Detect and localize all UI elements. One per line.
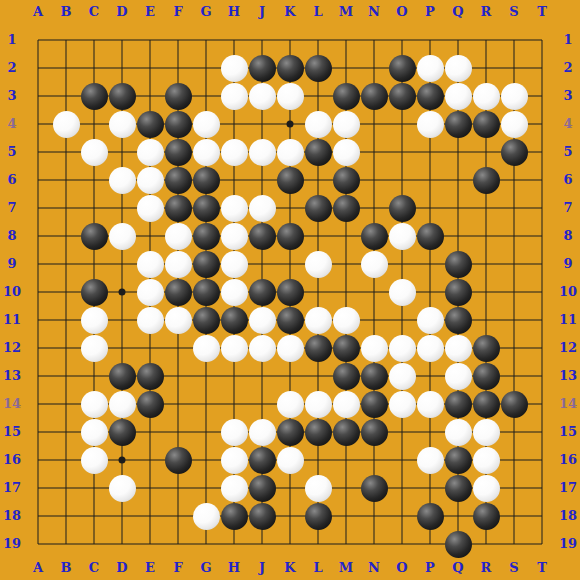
- intersection-h15[interactable]: [220, 418, 248, 446]
- intersection-t12[interactable]: [528, 334, 556, 362]
- intersection-e10[interactable]: [136, 278, 164, 306]
- intersection-c14[interactable]: [80, 390, 108, 418]
- intersection-k3[interactable]: [276, 82, 304, 110]
- intersection-p7[interactable]: [416, 194, 444, 222]
- intersection-d14[interactable]: [108, 390, 136, 418]
- intersection-g4[interactable]: [192, 110, 220, 138]
- intersection-b19[interactable]: [52, 530, 80, 558]
- intersection-h5[interactable]: [220, 138, 248, 166]
- intersection-b12[interactable]: [52, 334, 80, 362]
- intersection-m2[interactable]: [332, 54, 360, 82]
- intersection-l18[interactable]: [304, 502, 332, 530]
- intersection-h19[interactable]: [220, 530, 248, 558]
- intersection-k8[interactable]: [276, 222, 304, 250]
- intersection-g12[interactable]: [192, 334, 220, 362]
- intersection-s19[interactable]: [500, 530, 528, 558]
- intersection-k12[interactable]: [276, 334, 304, 362]
- intersection-e9[interactable]: [136, 250, 164, 278]
- intersection-j13[interactable]: [248, 362, 276, 390]
- intersection-a7[interactable]: [24, 194, 52, 222]
- intersection-r18[interactable]: [472, 502, 500, 530]
- intersection-q10[interactable]: [444, 278, 472, 306]
- intersection-q11[interactable]: [444, 306, 472, 334]
- intersection-g16[interactable]: [192, 446, 220, 474]
- intersection-o7[interactable]: [388, 194, 416, 222]
- intersection-h14[interactable]: [220, 390, 248, 418]
- intersection-c7[interactable]: [80, 194, 108, 222]
- intersection-f8[interactable]: [164, 222, 192, 250]
- intersection-l14[interactable]: [304, 390, 332, 418]
- intersection-f2[interactable]: [164, 54, 192, 82]
- intersection-f17[interactable]: [164, 474, 192, 502]
- intersection-e1[interactable]: [136, 26, 164, 54]
- intersection-h7[interactable]: [220, 194, 248, 222]
- intersection-e8[interactable]: [136, 222, 164, 250]
- intersection-e4[interactable]: [136, 110, 164, 138]
- intersection-o8[interactable]: [388, 222, 416, 250]
- intersection-t18[interactable]: [528, 502, 556, 530]
- intersection-h3[interactable]: [220, 82, 248, 110]
- intersection-h13[interactable]: [220, 362, 248, 390]
- intersection-m15[interactable]: [332, 418, 360, 446]
- intersection-e16[interactable]: [136, 446, 164, 474]
- intersection-e5[interactable]: [136, 138, 164, 166]
- intersection-c10[interactable]: [80, 278, 108, 306]
- intersection-c17[interactable]: [80, 474, 108, 502]
- intersection-q19[interactable]: [444, 530, 472, 558]
- intersection-m4[interactable]: [332, 110, 360, 138]
- intersection-o10[interactable]: [388, 278, 416, 306]
- intersection-k5[interactable]: [276, 138, 304, 166]
- intersection-e14[interactable]: [136, 390, 164, 418]
- intersection-k6[interactable]: [276, 166, 304, 194]
- intersection-r14[interactable]: [472, 390, 500, 418]
- intersection-l1[interactable]: [304, 26, 332, 54]
- intersection-f4[interactable]: [164, 110, 192, 138]
- intersection-e6[interactable]: [136, 166, 164, 194]
- intersection-s11[interactable]: [500, 306, 528, 334]
- intersection-p15[interactable]: [416, 418, 444, 446]
- intersection-h17[interactable]: [220, 474, 248, 502]
- intersection-n17[interactable]: [360, 474, 388, 502]
- intersection-s1[interactable]: [500, 26, 528, 54]
- intersection-l2[interactable]: [304, 54, 332, 82]
- intersection-r13[interactable]: [472, 362, 500, 390]
- intersection-s17[interactable]: [500, 474, 528, 502]
- intersection-t2[interactable]: [528, 54, 556, 82]
- intersection-f16[interactable]: [164, 446, 192, 474]
- intersection-k10[interactable]: [276, 278, 304, 306]
- intersection-p3[interactable]: [416, 82, 444, 110]
- intersection-l10[interactable]: [304, 278, 332, 306]
- intersection-o3[interactable]: [388, 82, 416, 110]
- intersection-b2[interactable]: [52, 54, 80, 82]
- intersection-h9[interactable]: [220, 250, 248, 278]
- intersection-r10[interactable]: [472, 278, 500, 306]
- intersection-e18[interactable]: [136, 502, 164, 530]
- intersection-p16[interactable]: [416, 446, 444, 474]
- intersection-l12[interactable]: [304, 334, 332, 362]
- intersection-q7[interactable]: [444, 194, 472, 222]
- intersection-d19[interactable]: [108, 530, 136, 558]
- intersection-h10[interactable]: [220, 278, 248, 306]
- intersection-o9[interactable]: [388, 250, 416, 278]
- intersection-j16[interactable]: [248, 446, 276, 474]
- intersection-a10[interactable]: [24, 278, 52, 306]
- intersection-r3[interactable]: [472, 82, 500, 110]
- intersection-p6[interactable]: [416, 166, 444, 194]
- intersection-m19[interactable]: [332, 530, 360, 558]
- intersection-t9[interactable]: [528, 250, 556, 278]
- intersection-m3[interactable]: [332, 82, 360, 110]
- intersection-l13[interactable]: [304, 362, 332, 390]
- intersection-b14[interactable]: [52, 390, 80, 418]
- intersection-n12[interactable]: [360, 334, 388, 362]
- intersection-g2[interactable]: [192, 54, 220, 82]
- intersection-r1[interactable]: [472, 26, 500, 54]
- intersection-s5[interactable]: [500, 138, 528, 166]
- intersection-h12[interactable]: [220, 334, 248, 362]
- intersection-t19[interactable]: [528, 530, 556, 558]
- intersection-s13[interactable]: [500, 362, 528, 390]
- intersection-e17[interactable]: [136, 474, 164, 502]
- intersection-o6[interactable]: [388, 166, 416, 194]
- intersection-q5[interactable]: [444, 138, 472, 166]
- intersection-h1[interactable]: [220, 26, 248, 54]
- intersection-o17[interactable]: [388, 474, 416, 502]
- intersection-b10[interactable]: [52, 278, 80, 306]
- intersection-l19[interactable]: [304, 530, 332, 558]
- intersection-p17[interactable]: [416, 474, 444, 502]
- intersection-k13[interactable]: [276, 362, 304, 390]
- intersection-c18[interactable]: [80, 502, 108, 530]
- intersection-o13[interactable]: [388, 362, 416, 390]
- intersection-g14[interactable]: [192, 390, 220, 418]
- intersection-s16[interactable]: [500, 446, 528, 474]
- intersection-f1[interactable]: [164, 26, 192, 54]
- intersection-f12[interactable]: [164, 334, 192, 362]
- intersection-s6[interactable]: [500, 166, 528, 194]
- intersection-s7[interactable]: [500, 194, 528, 222]
- intersection-r15[interactable]: [472, 418, 500, 446]
- intersection-n5[interactable]: [360, 138, 388, 166]
- intersection-q8[interactable]: [444, 222, 472, 250]
- intersection-b1[interactable]: [52, 26, 80, 54]
- intersection-d3[interactable]: [108, 82, 136, 110]
- intersection-j15[interactable]: [248, 418, 276, 446]
- intersection-a11[interactable]: [24, 306, 52, 334]
- intersection-k18[interactable]: [276, 502, 304, 530]
- intersection-d2[interactable]: [108, 54, 136, 82]
- intersection-p1[interactable]: [416, 26, 444, 54]
- intersection-a15[interactable]: [24, 418, 52, 446]
- intersection-q18[interactable]: [444, 502, 472, 530]
- intersection-t17[interactable]: [528, 474, 556, 502]
- intersection-a3[interactable]: [24, 82, 52, 110]
- intersection-r16[interactable]: [472, 446, 500, 474]
- intersection-m1[interactable]: [332, 26, 360, 54]
- intersection-c19[interactable]: [80, 530, 108, 558]
- intersection-q13[interactable]: [444, 362, 472, 390]
- intersection-m8[interactable]: [332, 222, 360, 250]
- intersection-q15[interactable]: [444, 418, 472, 446]
- intersection-k14[interactable]: [276, 390, 304, 418]
- intersection-a17[interactable]: [24, 474, 52, 502]
- intersection-l15[interactable]: [304, 418, 332, 446]
- intersection-f3[interactable]: [164, 82, 192, 110]
- intersection-d10[interactable]: [108, 278, 136, 306]
- intersection-a4[interactable]: [24, 110, 52, 138]
- intersection-m18[interactable]: [332, 502, 360, 530]
- intersection-p2[interactable]: [416, 54, 444, 82]
- intersection-f18[interactable]: [164, 502, 192, 530]
- intersection-a16[interactable]: [24, 446, 52, 474]
- intersection-p10[interactable]: [416, 278, 444, 306]
- intersection-p11[interactable]: [416, 306, 444, 334]
- intersection-j18[interactable]: [248, 502, 276, 530]
- intersection-t4[interactable]: [528, 110, 556, 138]
- intersection-g19[interactable]: [192, 530, 220, 558]
- intersection-r6[interactable]: [472, 166, 500, 194]
- intersection-n3[interactable]: [360, 82, 388, 110]
- intersection-m17[interactable]: [332, 474, 360, 502]
- intersection-m11[interactable]: [332, 306, 360, 334]
- intersection-k17[interactable]: [276, 474, 304, 502]
- intersection-j17[interactable]: [248, 474, 276, 502]
- intersection-d4[interactable]: [108, 110, 136, 138]
- intersection-m7[interactable]: [332, 194, 360, 222]
- intersection-a13[interactable]: [24, 362, 52, 390]
- intersection-b9[interactable]: [52, 250, 80, 278]
- intersection-s10[interactable]: [500, 278, 528, 306]
- intersection-a8[interactable]: [24, 222, 52, 250]
- intersection-t8[interactable]: [528, 222, 556, 250]
- intersection-k16[interactable]: [276, 446, 304, 474]
- intersection-g9[interactable]: [192, 250, 220, 278]
- intersection-r17[interactable]: [472, 474, 500, 502]
- intersection-j10[interactable]: [248, 278, 276, 306]
- intersection-a14[interactable]: [24, 390, 52, 418]
- intersection-d12[interactable]: [108, 334, 136, 362]
- intersection-n13[interactable]: [360, 362, 388, 390]
- intersection-f6[interactable]: [164, 166, 192, 194]
- intersection-k4[interactable]: [276, 110, 304, 138]
- intersection-l6[interactable]: [304, 166, 332, 194]
- intersection-a12[interactable]: [24, 334, 52, 362]
- intersection-b8[interactable]: [52, 222, 80, 250]
- intersection-j14[interactable]: [248, 390, 276, 418]
- intersection-n1[interactable]: [360, 26, 388, 54]
- intersection-j11[interactable]: [248, 306, 276, 334]
- intersection-m14[interactable]: [332, 390, 360, 418]
- intersection-m13[interactable]: [332, 362, 360, 390]
- intersection-o5[interactable]: [388, 138, 416, 166]
- intersection-g1[interactable]: [192, 26, 220, 54]
- intersection-o19[interactable]: [388, 530, 416, 558]
- intersection-n4[interactable]: [360, 110, 388, 138]
- intersection-a2[interactable]: [24, 54, 52, 82]
- intersection-m6[interactable]: [332, 166, 360, 194]
- intersection-g17[interactable]: [192, 474, 220, 502]
- intersection-e12[interactable]: [136, 334, 164, 362]
- intersection-m16[interactable]: [332, 446, 360, 474]
- intersection-o18[interactable]: [388, 502, 416, 530]
- intersection-m9[interactable]: [332, 250, 360, 278]
- intersection-e7[interactable]: [136, 194, 164, 222]
- intersection-h8[interactable]: [220, 222, 248, 250]
- intersection-t3[interactable]: [528, 82, 556, 110]
- intersection-d17[interactable]: [108, 474, 136, 502]
- intersection-j8[interactable]: [248, 222, 276, 250]
- intersection-h16[interactable]: [220, 446, 248, 474]
- intersection-p13[interactable]: [416, 362, 444, 390]
- intersection-d18[interactable]: [108, 502, 136, 530]
- intersection-t14[interactable]: [528, 390, 556, 418]
- intersection-q4[interactable]: [444, 110, 472, 138]
- intersection-p8[interactable]: [416, 222, 444, 250]
- intersection-t10[interactable]: [528, 278, 556, 306]
- intersection-d7[interactable]: [108, 194, 136, 222]
- intersection-r4[interactable]: [472, 110, 500, 138]
- intersection-k15[interactable]: [276, 418, 304, 446]
- intersection-g15[interactable]: [192, 418, 220, 446]
- intersection-b3[interactable]: [52, 82, 80, 110]
- intersection-f19[interactable]: [164, 530, 192, 558]
- intersection-n11[interactable]: [360, 306, 388, 334]
- intersection-l4[interactable]: [304, 110, 332, 138]
- intersection-t11[interactable]: [528, 306, 556, 334]
- intersection-j7[interactable]: [248, 194, 276, 222]
- intersection-j2[interactable]: [248, 54, 276, 82]
- intersection-d13[interactable]: [108, 362, 136, 390]
- intersection-p14[interactable]: [416, 390, 444, 418]
- intersection-e19[interactable]: [136, 530, 164, 558]
- intersection-b7[interactable]: [52, 194, 80, 222]
- intersection-c16[interactable]: [80, 446, 108, 474]
- intersection-e15[interactable]: [136, 418, 164, 446]
- intersection-n10[interactable]: [360, 278, 388, 306]
- intersection-n18[interactable]: [360, 502, 388, 530]
- intersection-t5[interactable]: [528, 138, 556, 166]
- intersection-b15[interactable]: [52, 418, 80, 446]
- intersection-g5[interactable]: [192, 138, 220, 166]
- intersection-c12[interactable]: [80, 334, 108, 362]
- intersection-t6[interactable]: [528, 166, 556, 194]
- intersection-c4[interactable]: [80, 110, 108, 138]
- intersection-k1[interactable]: [276, 26, 304, 54]
- intersection-s12[interactable]: [500, 334, 528, 362]
- intersection-a19[interactable]: [24, 530, 52, 558]
- intersection-q2[interactable]: [444, 54, 472, 82]
- intersection-t1[interactable]: [528, 26, 556, 54]
- intersection-h6[interactable]: [220, 166, 248, 194]
- intersection-d1[interactable]: [108, 26, 136, 54]
- intersection-o12[interactable]: [388, 334, 416, 362]
- intersection-b5[interactable]: [52, 138, 80, 166]
- intersection-n16[interactable]: [360, 446, 388, 474]
- intersection-j19[interactable]: [248, 530, 276, 558]
- intersection-h11[interactable]: [220, 306, 248, 334]
- intersection-a18[interactable]: [24, 502, 52, 530]
- intersection-k19[interactable]: [276, 530, 304, 558]
- intersection-d16[interactable]: [108, 446, 136, 474]
- intersection-t13[interactable]: [528, 362, 556, 390]
- intersection-j3[interactable]: [248, 82, 276, 110]
- intersection-d11[interactable]: [108, 306, 136, 334]
- intersection-s4[interactable]: [500, 110, 528, 138]
- intersection-d15[interactable]: [108, 418, 136, 446]
- intersection-b11[interactable]: [52, 306, 80, 334]
- intersection-b13[interactable]: [52, 362, 80, 390]
- intersection-p18[interactable]: [416, 502, 444, 530]
- intersection-q3[interactable]: [444, 82, 472, 110]
- intersection-c13[interactable]: [80, 362, 108, 390]
- intersection-n7[interactable]: [360, 194, 388, 222]
- intersection-q6[interactable]: [444, 166, 472, 194]
- intersection-s18[interactable]: [500, 502, 528, 530]
- intersection-f5[interactable]: [164, 138, 192, 166]
- intersection-s3[interactable]: [500, 82, 528, 110]
- intersection-l3[interactable]: [304, 82, 332, 110]
- intersection-n6[interactable]: [360, 166, 388, 194]
- intersection-o14[interactable]: [388, 390, 416, 418]
- intersection-p4[interactable]: [416, 110, 444, 138]
- intersection-p9[interactable]: [416, 250, 444, 278]
- intersection-a6[interactable]: [24, 166, 52, 194]
- intersection-p5[interactable]: [416, 138, 444, 166]
- intersection-t16[interactable]: [528, 446, 556, 474]
- intersection-d6[interactable]: [108, 166, 136, 194]
- intersection-b18[interactable]: [52, 502, 80, 530]
- intersection-r7[interactable]: [472, 194, 500, 222]
- intersection-s15[interactable]: [500, 418, 528, 446]
- intersection-d8[interactable]: [108, 222, 136, 250]
- intersection-o11[interactable]: [388, 306, 416, 334]
- intersection-a5[interactable]: [24, 138, 52, 166]
- intersection-e2[interactable]: [136, 54, 164, 82]
- intersection-q14[interactable]: [444, 390, 472, 418]
- intersection-c3[interactable]: [80, 82, 108, 110]
- intersection-r11[interactable]: [472, 306, 500, 334]
- intersection-n19[interactable]: [360, 530, 388, 558]
- intersection-n2[interactable]: [360, 54, 388, 82]
- intersection-a1[interactable]: [24, 26, 52, 54]
- intersection-n8[interactable]: [360, 222, 388, 250]
- intersection-m12[interactable]: [332, 334, 360, 362]
- intersection-l7[interactable]: [304, 194, 332, 222]
- intersection-g18[interactable]: [192, 502, 220, 530]
- intersection-r19[interactable]: [472, 530, 500, 558]
- intersection-p12[interactable]: [416, 334, 444, 362]
- intersection-f14[interactable]: [164, 390, 192, 418]
- intersection-g11[interactable]: [192, 306, 220, 334]
- intersection-l9[interactable]: [304, 250, 332, 278]
- intersection-q1[interactable]: [444, 26, 472, 54]
- intersection-d5[interactable]: [108, 138, 136, 166]
- intersection-k2[interactable]: [276, 54, 304, 82]
- intersection-f10[interactable]: [164, 278, 192, 306]
- intersection-g10[interactable]: [192, 278, 220, 306]
- intersection-b17[interactable]: [52, 474, 80, 502]
- intersection-n15[interactable]: [360, 418, 388, 446]
- intersection-q9[interactable]: [444, 250, 472, 278]
- intersection-j12[interactable]: [248, 334, 276, 362]
- intersection-b4[interactable]: [52, 110, 80, 138]
- intersection-c2[interactable]: [80, 54, 108, 82]
- intersection-g7[interactable]: [192, 194, 220, 222]
- intersection-e11[interactable]: [136, 306, 164, 334]
- intersection-c8[interactable]: [80, 222, 108, 250]
